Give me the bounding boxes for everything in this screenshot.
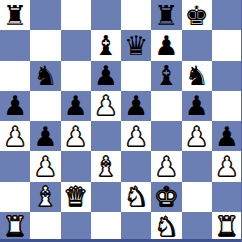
square-d5[interactable]: ♟ [91,91,121,121]
square-b2[interactable]: ♝ [30,182,60,212]
piece-black-bishop[interactable]: ♝ [154,62,178,89]
square-f2[interactable]: ♚ [151,182,181,212]
piece-white-pawn[interactable]: ♟ [94,92,118,119]
piece-black-bishop[interactable]: ♝ [94,32,118,59]
square-b1[interactable] [30,212,60,242]
square-b8[interactable] [30,0,60,30]
square-g8[interactable]: ♚ [182,0,212,30]
square-a1[interactable]: ♜ [0,212,30,242]
piece-black-pawn[interactable]: ♟ [64,92,88,119]
piece-white-pawn[interactable]: ♟ [3,123,27,150]
square-h7[interactable] [212,30,242,60]
square-c2[interactable]: ♛ [61,182,91,212]
piece-black-knight[interactable]: ♞ [33,62,57,89]
piece-white-pawn[interactable]: ♟ [33,153,57,180]
square-f4[interactable] [151,121,181,151]
square-b6[interactable]: ♞ [30,61,60,91]
piece-white-pawn[interactable]: ♟ [64,123,88,150]
piece-black-pawn[interactable]: ♟ [124,92,148,119]
square-h4[interactable]: ♟ [212,121,242,151]
square-c4[interactable]: ♟ [61,121,91,151]
square-e7[interactable]: ♛ [121,30,151,60]
square-g4[interactable]: ♟ [182,121,212,151]
square-b7[interactable] [30,30,60,60]
square-e5[interactable]: ♟ [121,91,151,121]
square-d8[interactable] [91,0,121,30]
square-h8[interactable] [212,0,242,30]
square-a8[interactable]: ♜ [0,0,30,30]
square-h3[interactable]: ♟ [212,151,242,181]
square-a7[interactable] [0,30,30,60]
square-c7[interactable] [61,30,91,60]
piece-white-queen[interactable]: ♛ [64,183,88,210]
piece-white-pawn[interactable]: ♟ [185,123,209,150]
square-d6[interactable]: ♟ [91,61,121,91]
piece-white-rook[interactable]: ♜ [215,213,239,240]
piece-black-king[interactable]: ♚ [185,2,209,29]
square-g7[interactable] [182,30,212,60]
square-c8[interactable] [61,0,91,30]
square-g6[interactable]: ♞ [182,61,212,91]
chess-board: ♜♜♚♝♛♟♞♟♝♞♟♟♟♟♟♟♟♟♟♟♟♟♝♟♟♝♛♞♚♜♞♜ [0,0,242,242]
square-f8[interactable]: ♜ [151,0,181,30]
piece-black-pawn[interactable]: ♟ [154,32,178,59]
square-b3[interactable]: ♟ [30,151,60,181]
piece-white-pawn[interactable]: ♟ [124,123,148,150]
piece-white-rook[interactable]: ♜ [3,213,27,240]
piece-black-pawn[interactable]: ♟ [33,123,57,150]
square-f6[interactable]: ♝ [151,61,181,91]
square-h2[interactable] [212,182,242,212]
board-right-edge [241,0,242,242]
piece-black-rook[interactable]: ♜ [154,2,178,29]
square-h6[interactable] [212,61,242,91]
piece-white-bishop[interactable]: ♝ [94,153,118,180]
square-h1[interactable]: ♜ [212,212,242,242]
square-b5[interactable] [30,91,60,121]
piece-black-knight[interactable]: ♞ [185,62,209,89]
piece-black-pawn[interactable]: ♟ [185,92,209,119]
square-d1[interactable] [91,212,121,242]
piece-white-pawn[interactable]: ♟ [215,153,239,180]
piece-white-bishop[interactable]: ♝ [33,183,57,210]
piece-white-knight[interactable]: ♞ [124,183,148,210]
square-g5[interactable]: ♟ [182,91,212,121]
piece-white-knight[interactable]: ♞ [154,213,178,240]
piece-black-pawn[interactable]: ♟ [215,123,239,150]
piece-black-pawn[interactable]: ♟ [94,62,118,89]
square-f5[interactable] [151,91,181,121]
square-a6[interactable] [0,61,30,91]
square-d4[interactable] [91,121,121,151]
square-c3[interactable] [61,151,91,181]
piece-black-queen[interactable]: ♛ [124,32,148,59]
square-e4[interactable]: ♟ [121,121,151,151]
square-e2[interactable]: ♞ [121,182,151,212]
square-c1[interactable] [61,212,91,242]
square-g3[interactable] [182,151,212,181]
square-e3[interactable] [121,151,151,181]
square-a5[interactable]: ♟ [0,91,30,121]
square-c5[interactable]: ♟ [61,91,91,121]
piece-black-pawn[interactable]: ♟ [3,92,27,119]
piece-white-king[interactable]: ♚ [154,183,178,210]
piece-white-pawn[interactable]: ♟ [154,153,178,180]
piece-black-rook[interactable]: ♜ [3,2,27,29]
square-d2[interactable] [91,182,121,212]
square-f7[interactable]: ♟ [151,30,181,60]
square-c6[interactable] [61,61,91,91]
square-h5[interactable] [212,91,242,121]
square-f3[interactable]: ♟ [151,151,181,181]
square-a3[interactable] [0,151,30,181]
square-f1[interactable]: ♞ [151,212,181,242]
square-e8[interactable] [121,0,151,30]
square-g1[interactable] [182,212,212,242]
square-e6[interactable] [121,61,151,91]
square-b4[interactable]: ♟ [30,121,60,151]
square-a4[interactable]: ♟ [0,121,30,151]
square-g2[interactable] [182,182,212,212]
square-d7[interactable]: ♝ [91,30,121,60]
square-e1[interactable] [121,212,151,242]
square-d3[interactable]: ♝ [91,151,121,181]
square-a2[interactable] [0,182,30,212]
